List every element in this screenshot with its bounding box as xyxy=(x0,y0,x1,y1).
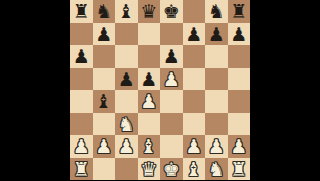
square-e8[interactable]: ♚ xyxy=(160,0,183,23)
square-d3[interactable] xyxy=(138,113,161,136)
square-d8[interactable]: ♛ xyxy=(138,0,161,23)
square-h6[interactable] xyxy=(228,45,251,68)
piece-black-bishop[interactable]: ♝ xyxy=(118,0,135,23)
piece-black-rook[interactable]: ♜ xyxy=(230,0,247,23)
square-g4[interactable] xyxy=(205,90,228,113)
square-b7[interactable]: ♟ xyxy=(93,23,116,46)
piece-black-pawn[interactable]: ♟ xyxy=(140,68,157,91)
square-f6[interactable] xyxy=(183,45,206,68)
square-f4[interactable] xyxy=(183,90,206,113)
square-h5[interactable] xyxy=(228,68,251,91)
square-d4[interactable]: ♟ xyxy=(138,90,161,113)
square-f8[interactable] xyxy=(183,0,206,23)
square-b1[interactable] xyxy=(93,158,116,181)
square-a7[interactable] xyxy=(70,23,93,46)
square-d6[interactable] xyxy=(138,45,161,68)
square-g3[interactable] xyxy=(205,113,228,136)
square-h3[interactable] xyxy=(228,113,251,136)
square-a3[interactable] xyxy=(70,113,93,136)
piece-white-pawn[interactable]: ♟ xyxy=(208,135,225,158)
letterbox-background: ♜♞♝♛♚♞♜♟♟♟♟♟♟♟♟♟♝♟♞♟♟♟♝♟♟♟♜♛♚♝♞♜ xyxy=(0,0,320,180)
square-d5[interactable]: ♟ xyxy=(138,68,161,91)
square-f1[interactable]: ♝ xyxy=(183,158,206,181)
piece-white-bishop[interactable]: ♝ xyxy=(185,158,202,181)
piece-white-pawn[interactable]: ♟ xyxy=(95,135,112,158)
piece-black-pawn[interactable]: ♟ xyxy=(163,45,180,68)
square-c1[interactable] xyxy=(115,158,138,181)
square-e7[interactable] xyxy=(160,23,183,46)
piece-white-rook[interactable]: ♜ xyxy=(73,158,90,181)
piece-white-rook[interactable]: ♜ xyxy=(230,158,247,181)
square-c3[interactable]: ♞ xyxy=(115,113,138,136)
square-a1[interactable]: ♜ xyxy=(70,158,93,181)
piece-black-pawn[interactable]: ♟ xyxy=(185,23,202,46)
piece-white-pawn[interactable]: ♟ xyxy=(140,90,157,113)
square-g6[interactable] xyxy=(205,45,228,68)
square-g7[interactable]: ♟ xyxy=(205,23,228,46)
square-h1[interactable]: ♜ xyxy=(228,158,251,181)
square-d1[interactable]: ♛ xyxy=(138,158,161,181)
square-h2[interactable]: ♟ xyxy=(228,135,251,158)
square-a6[interactable]: ♟ xyxy=(70,45,93,68)
square-e5[interactable]: ♟ xyxy=(160,68,183,91)
square-c5[interactable]: ♟ xyxy=(115,68,138,91)
piece-white-pawn[interactable]: ♟ xyxy=(163,68,180,91)
piece-white-pawn[interactable]: ♟ xyxy=(73,135,90,158)
piece-white-bishop[interactable]: ♝ xyxy=(140,135,157,158)
piece-white-queen[interactable]: ♛ xyxy=(140,158,157,181)
square-a2[interactable]: ♟ xyxy=(70,135,93,158)
square-b3[interactable] xyxy=(93,113,116,136)
square-g5[interactable] xyxy=(205,68,228,91)
square-f3[interactable] xyxy=(183,113,206,136)
square-f7[interactable]: ♟ xyxy=(183,23,206,46)
piece-white-king[interactable]: ♚ xyxy=(163,158,180,181)
square-h4[interactable] xyxy=(228,90,251,113)
chess-board: ♜♞♝♛♚♞♜♟♟♟♟♟♟♟♟♟♝♟♞♟♟♟♝♟♟♟♜♛♚♝♞♜ xyxy=(70,0,250,180)
square-c2[interactable]: ♟ xyxy=(115,135,138,158)
square-g1[interactable]: ♞ xyxy=(205,158,228,181)
piece-black-bishop[interactable]: ♝ xyxy=(95,90,112,113)
square-b6[interactable] xyxy=(93,45,116,68)
piece-black-pawn[interactable]: ♟ xyxy=(208,23,225,46)
piece-black-queen[interactable]: ♛ xyxy=(140,0,157,23)
piece-black-king[interactable]: ♚ xyxy=(163,0,180,23)
piece-white-pawn[interactable]: ♟ xyxy=(185,135,202,158)
piece-white-pawn[interactable]: ♟ xyxy=(230,135,247,158)
square-c8[interactable]: ♝ xyxy=(115,0,138,23)
square-d2[interactable]: ♝ xyxy=(138,135,161,158)
square-b5[interactable] xyxy=(93,68,116,91)
square-g2[interactable]: ♟ xyxy=(205,135,228,158)
square-c7[interactable] xyxy=(115,23,138,46)
square-e3[interactable] xyxy=(160,113,183,136)
piece-black-pawn[interactable]: ♟ xyxy=(73,45,90,68)
piece-black-knight[interactable]: ♞ xyxy=(208,0,225,23)
square-e6[interactable]: ♟ xyxy=(160,45,183,68)
piece-black-pawn[interactable]: ♟ xyxy=(95,23,112,46)
square-a4[interactable] xyxy=(70,90,93,113)
square-a5[interactable] xyxy=(70,68,93,91)
square-b4[interactable]: ♝ xyxy=(93,90,116,113)
square-d7[interactable] xyxy=(138,23,161,46)
piece-black-pawn[interactable]: ♟ xyxy=(118,68,135,91)
piece-black-knight[interactable]: ♞ xyxy=(95,0,112,23)
square-b2[interactable]: ♟ xyxy=(93,135,116,158)
square-e4[interactable] xyxy=(160,90,183,113)
square-b8[interactable]: ♞ xyxy=(93,0,116,23)
square-e2[interactable] xyxy=(160,135,183,158)
square-f2[interactable]: ♟ xyxy=(183,135,206,158)
square-h7[interactable]: ♟ xyxy=(228,23,251,46)
piece-white-knight[interactable]: ♞ xyxy=(118,113,135,136)
square-c4[interactable] xyxy=(115,90,138,113)
piece-white-pawn[interactable]: ♟ xyxy=(118,135,135,158)
square-c6[interactable] xyxy=(115,45,138,68)
square-g8[interactable]: ♞ xyxy=(205,0,228,23)
square-a8[interactable]: ♜ xyxy=(70,0,93,23)
piece-black-rook[interactable]: ♜ xyxy=(73,0,90,23)
square-f5[interactable] xyxy=(183,68,206,91)
piece-white-knight[interactable]: ♞ xyxy=(208,158,225,181)
square-e1[interactable]: ♚ xyxy=(160,158,183,181)
piece-black-pawn[interactable]: ♟ xyxy=(230,23,247,46)
square-h8[interactable]: ♜ xyxy=(228,0,251,23)
